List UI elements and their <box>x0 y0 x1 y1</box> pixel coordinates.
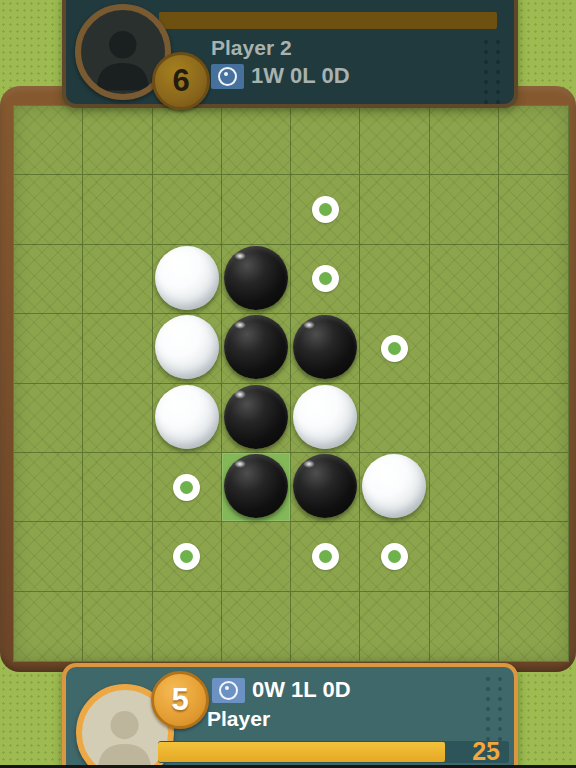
cell-a3[interactable] <box>14 245 83 314</box>
person-silhouette-icon <box>90 25 156 91</box>
cell-a1[interactable] <box>14 106 83 175</box>
cell-h1[interactable] <box>499 106 568 175</box>
bottom-player-record-row: 0W 1L 0D <box>212 677 351 703</box>
top-player-record-row: 1W 0L 0D <box>211 63 350 89</box>
cell-c2[interactable] <box>153 175 222 244</box>
cell-a2[interactable] <box>14 175 83 244</box>
cell-h5[interactable] <box>499 384 568 453</box>
cell-c1[interactable] <box>153 106 222 175</box>
bottom-player-score: 5 <box>171 682 188 718</box>
un-emblem-icon <box>218 67 237 86</box>
cell-g6[interactable] <box>430 453 499 522</box>
white-disc <box>155 246 219 310</box>
cell-h8[interactable] <box>499 592 568 661</box>
cell-f3[interactable] <box>360 245 429 314</box>
cell-c8[interactable] <box>153 592 222 661</box>
cell-e4[interactable] <box>291 314 360 383</box>
cell-f7[interactable] <box>360 522 429 591</box>
cell-g5[interactable] <box>430 384 499 453</box>
black-disc <box>293 315 357 379</box>
cell-e3[interactable] <box>291 245 360 314</box>
cell-h7[interactable] <box>499 522 568 591</box>
cell-d8[interactable] <box>222 592 291 661</box>
cell-b5[interactable] <box>83 384 152 453</box>
legal-move-indicator <box>381 543 408 570</box>
legal-move-indicator <box>312 543 339 570</box>
cell-e6[interactable] <box>291 453 360 522</box>
top-player-panel: 6 Player 2 1W 0L 0D <box>62 0 518 108</box>
white-disc <box>362 454 426 518</box>
cell-b1[interactable] <box>83 106 152 175</box>
cell-d4[interactable] <box>222 314 291 383</box>
cell-f6[interactable] <box>360 453 429 522</box>
cell-c3[interactable] <box>153 245 222 314</box>
top-player-name: Player 2 <box>211 36 292 60</box>
cell-d7[interactable] <box>222 522 291 591</box>
cell-g1[interactable] <box>430 106 499 175</box>
legal-move-indicator <box>173 474 200 501</box>
cell-a7[interactable] <box>14 522 83 591</box>
cell-b8[interactable] <box>83 592 152 661</box>
legal-move-indicator <box>312 265 339 292</box>
top-player-score-coin: 6 <box>152 52 210 110</box>
cell-f1[interactable] <box>360 106 429 175</box>
cell-d2[interactable] <box>222 175 291 244</box>
stitch-dots-decoration <box>484 40 500 104</box>
legal-move-indicator <box>173 543 200 570</box>
top-player-record: 1W 0L 0D <box>251 63 350 89</box>
cell-g2[interactable] <box>430 175 499 244</box>
top-player-score: 6 <box>172 63 189 99</box>
cell-a4[interactable] <box>14 314 83 383</box>
cell-f5[interactable] <box>360 384 429 453</box>
game-screen: 6 Player 2 1W 0L 0D 5 0W 1L 0D Player <box>0 0 576 768</box>
cell-h3[interactable] <box>499 245 568 314</box>
top-player-timer-bar <box>159 12 497 29</box>
person-silhouette-icon <box>91 705 158 768</box>
cell-e8[interactable] <box>291 592 360 661</box>
cell-g3[interactable] <box>430 245 499 314</box>
bottom-player-timer-fill <box>158 742 445 762</box>
white-disc <box>293 385 357 449</box>
un-emblem-icon <box>219 681 238 700</box>
white-disc <box>155 385 219 449</box>
bottom-player-name: Player <box>207 707 270 731</box>
cell-c4[interactable] <box>153 314 222 383</box>
cell-h6[interactable] <box>499 453 568 522</box>
bottom-player-score-coin: 5 <box>151 671 209 729</box>
cell-f8[interactable] <box>360 592 429 661</box>
cell-c5[interactable] <box>153 384 222 453</box>
cell-a6[interactable] <box>14 453 83 522</box>
un-flag-icon <box>211 64 244 89</box>
cell-e5[interactable] <box>291 384 360 453</box>
black-disc <box>224 315 288 379</box>
cell-e7[interactable] <box>291 522 360 591</box>
cell-a5[interactable] <box>14 384 83 453</box>
un-flag-icon <box>212 678 245 703</box>
cell-h2[interactable] <box>499 175 568 244</box>
cell-h4[interactable] <box>499 314 568 383</box>
black-disc <box>293 454 357 518</box>
cell-d3[interactable] <box>222 245 291 314</box>
legal-move-indicator <box>312 196 339 223</box>
cell-e1[interactable] <box>291 106 360 175</box>
cell-g8[interactable] <box>430 592 499 661</box>
cell-c7[interactable] <box>153 522 222 591</box>
bottom-player-timer-track: 25 <box>158 741 509 763</box>
board-surface <box>13 105 569 662</box>
white-disc <box>155 315 219 379</box>
black-disc <box>224 385 288 449</box>
black-disc <box>224 454 288 518</box>
cell-g7[interactable] <box>430 522 499 591</box>
cell-b6[interactable] <box>83 453 152 522</box>
cell-d1[interactable] <box>222 106 291 175</box>
cell-b2[interactable] <box>83 175 152 244</box>
cell-e2[interactable] <box>291 175 360 244</box>
cell-f2[interactable] <box>360 175 429 244</box>
cell-b4[interactable] <box>83 314 152 383</box>
bottom-player-record: 0W 1L 0D <box>252 677 351 703</box>
bottom-player-panel: 5 0W 1L 0D Player 25 <box>62 663 518 768</box>
cell-f4[interactable] <box>360 314 429 383</box>
cell-b7[interactable] <box>83 522 152 591</box>
stitch-dots-decoration <box>486 677 502 751</box>
black-disc <box>224 246 288 310</box>
cell-d5[interactable] <box>222 384 291 453</box>
cell-g4[interactable] <box>430 314 499 383</box>
cell-b3[interactable] <box>83 245 152 314</box>
board-frame <box>0 86 576 672</box>
cell-a8[interactable] <box>14 592 83 661</box>
cell-c6[interactable] <box>153 453 222 522</box>
cell-d6[interactable] <box>222 453 291 522</box>
legal-move-indicator <box>381 335 408 362</box>
